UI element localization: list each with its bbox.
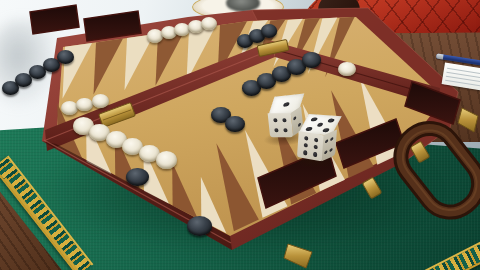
checker-white[interactable] bbox=[156, 151, 177, 168]
checker-black[interactable] bbox=[126, 168, 149, 187]
checker-black[interactable] bbox=[302, 52, 321, 68]
checker-white[interactable] bbox=[76, 98, 93, 112]
checker-white[interactable] bbox=[61, 101, 78, 115]
checker-black[interactable] bbox=[225, 116, 245, 132]
die-front-face bbox=[268, 114, 294, 138]
pieces-layer bbox=[0, 0, 480, 270]
checker-black[interactable] bbox=[261, 24, 277, 37]
die-2[interactable] bbox=[291, 113, 337, 169]
backgammon-scene bbox=[0, 0, 480, 270]
checker-black[interactable] bbox=[187, 216, 212, 237]
checker-white[interactable] bbox=[201, 17, 217, 30]
pen-tip bbox=[436, 53, 444, 59]
checker-black[interactable] bbox=[57, 50, 74, 64]
die-front-face bbox=[297, 131, 324, 162]
checker-white[interactable] bbox=[338, 62, 356, 77]
checker-white[interactable] bbox=[92, 94, 109, 108]
